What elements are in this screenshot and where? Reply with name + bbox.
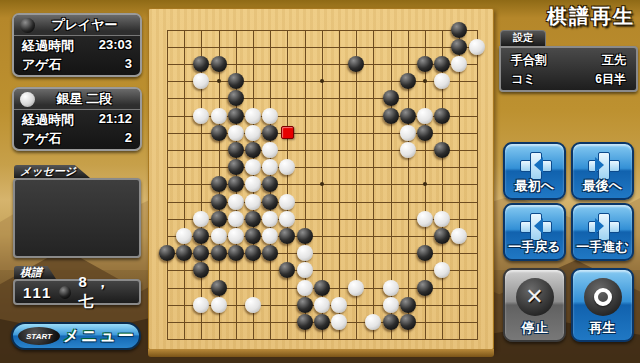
white-stone [400, 142, 416, 158]
black-stone [176, 245, 192, 261]
black-stone [228, 73, 244, 89]
star-point [217, 79, 221, 83]
star-point [320, 182, 324, 186]
white-stone [279, 211, 295, 227]
black-stone [279, 262, 295, 278]
white-stone [245, 125, 261, 141]
player2-time-label: 経過時間 [22, 111, 74, 129]
grid-line [167, 339, 478, 340]
white-stone [417, 211, 433, 227]
record-box: 111 8 ， 七 [13, 279, 141, 305]
white-stone [211, 297, 227, 313]
record-move-stone-icon [59, 286, 71, 299]
white-stone [279, 159, 295, 175]
player1-captures-label: アゲ石 [22, 56, 62, 74]
black-stone [211, 56, 227, 72]
black-stone [228, 176, 244, 192]
stop-label: 停止 [505, 319, 564, 337]
player1-panel: プレイヤー 経過時間 23:03 アゲ石 3 [12, 13, 142, 77]
black-stone [211, 280, 227, 296]
settings-panel: 手合割 互先 コミ 6目半 [499, 46, 638, 92]
star-point [320, 79, 324, 83]
white-stone [245, 108, 261, 124]
menu-button-label: メニュー [60, 326, 139, 347]
white-stone [262, 108, 278, 124]
black-stone [228, 90, 244, 106]
black-stone [383, 90, 399, 106]
black-stone [245, 245, 261, 261]
white-stone [245, 297, 261, 313]
settings-tab[interactable]: 設定 [500, 30, 546, 46]
handicap-label: 手合割 [511, 52, 547, 69]
white-stone [297, 262, 313, 278]
black-stone [228, 142, 244, 158]
step-back-label: 一手戻る [505, 238, 564, 256]
player2-name: 銀星 二段 [35, 90, 134, 108]
white-stone [331, 297, 347, 313]
white-stone [193, 211, 209, 227]
black-stone [400, 108, 416, 124]
go-to-start-button[interactable]: 最初へ [503, 142, 566, 200]
white-stone [417, 108, 433, 124]
black-stone [193, 56, 209, 72]
white-stone [262, 142, 278, 158]
black-stone [417, 56, 433, 72]
black-stone [159, 245, 175, 261]
white-stone-icon [20, 92, 35, 107]
play-button[interactable]: 再生 [571, 268, 634, 342]
go-to-end-label: 最後へ [573, 177, 632, 195]
x-icon: ✕ [516, 278, 554, 316]
white-stone [245, 176, 261, 192]
black-stone [211, 211, 227, 227]
black-stone [211, 194, 227, 210]
player1-time-label: 経過時間 [22, 37, 74, 55]
black-stone [262, 125, 278, 141]
player1-name: プレイヤー [35, 16, 134, 34]
black-stone [193, 262, 209, 278]
dpad-left-icon [520, 213, 550, 239]
play-label: 再生 [573, 319, 632, 337]
white-stone [193, 297, 209, 313]
white-stone [211, 108, 227, 124]
stop-button[interactable]: ✕ 停止 [503, 268, 566, 342]
page-title: 棋譜再生 [547, 3, 635, 30]
white-stone [434, 262, 450, 278]
white-stone [211, 228, 227, 244]
black-stone [348, 56, 364, 72]
white-stone [469, 39, 485, 55]
white-stone [297, 280, 313, 296]
white-stone [193, 73, 209, 89]
black-stone [297, 297, 313, 313]
black-stone [314, 314, 330, 330]
black-stone [434, 228, 450, 244]
black-stone [400, 314, 416, 330]
step-back-button[interactable]: 一手戻る [503, 203, 566, 261]
grid-line [167, 270, 478, 271]
white-stone [297, 245, 313, 261]
star-point [423, 182, 427, 186]
white-stone [383, 297, 399, 313]
menu-button[interactable]: START メニュー [11, 322, 141, 350]
grid-line [477, 30, 478, 341]
last-move-marker [281, 126, 294, 139]
player2-panel: 銀星 二段 経過時間 21:12 アゲ石 2 [12, 87, 142, 151]
white-stone [262, 159, 278, 175]
dpad-right-icon [588, 213, 618, 239]
black-stone-icon [20, 18, 35, 33]
black-stone [245, 211, 261, 227]
white-stone [383, 280, 399, 296]
white-stone [228, 228, 244, 244]
step-forward-label: 一手進む [573, 238, 632, 256]
komi-value: 6目半 [595, 71, 626, 88]
black-stone [417, 280, 433, 296]
white-stone [348, 280, 364, 296]
black-stone [211, 125, 227, 141]
black-stone [262, 194, 278, 210]
dpad-left-icon [520, 152, 550, 178]
player2-time-value: 21:12 [99, 111, 132, 129]
black-stone [245, 142, 261, 158]
go-board [148, 8, 494, 350]
black-stone [451, 39, 467, 55]
black-stone [400, 73, 416, 89]
white-stone [262, 211, 278, 227]
player1-captures-value: 3 [125, 56, 132, 74]
black-stone [193, 228, 209, 244]
player2-captures-value: 2 [125, 130, 132, 148]
go-to-end-button[interactable]: 最後へ [571, 142, 634, 200]
black-stone [383, 108, 399, 124]
white-stone [451, 228, 467, 244]
player2-captures-label: アゲ石 [22, 130, 62, 148]
go-to-start-label: 最初へ [505, 177, 564, 195]
white-stone [228, 211, 244, 227]
start-badge: START [18, 327, 60, 345]
white-stone [314, 297, 330, 313]
message-tab: メッセージ [14, 165, 90, 178]
white-stone [434, 73, 450, 89]
black-stone [434, 108, 450, 124]
black-stone [262, 245, 278, 261]
player1-time-value: 23:03 [99, 37, 132, 55]
black-stone [417, 125, 433, 141]
grid-line [459, 30, 460, 341]
record-move-coords: 8 ， 七 [78, 273, 131, 311]
white-stone [279, 194, 295, 210]
black-stone [383, 314, 399, 330]
komi-label: コミ [511, 71, 536, 88]
go-board-edge [148, 349, 494, 357]
handicap-value: 互先 [602, 52, 626, 69]
black-stone [228, 159, 244, 175]
star-point [423, 79, 427, 83]
black-stone [228, 245, 244, 261]
message-box [13, 178, 141, 258]
white-stone [245, 159, 261, 175]
white-stone [176, 228, 192, 244]
black-stone [245, 228, 261, 244]
record-tab: 棋譜 [14, 266, 56, 279]
white-stone [245, 194, 261, 210]
step-forward-button[interactable]: 一手進む [571, 203, 634, 261]
record-move-number: 111 [23, 284, 52, 301]
black-stone [451, 22, 467, 38]
black-stone [417, 245, 433, 261]
black-stone [211, 245, 227, 261]
white-stone [228, 194, 244, 210]
black-stone [434, 56, 450, 72]
white-stone [262, 228, 278, 244]
black-stone [279, 228, 295, 244]
play-circle-icon [584, 278, 622, 316]
white-stone [365, 314, 381, 330]
white-stone [228, 125, 244, 141]
black-stone [297, 314, 313, 330]
white-stone [193, 108, 209, 124]
black-stone [400, 297, 416, 313]
white-stone [434, 211, 450, 227]
grid-line [339, 30, 340, 341]
black-stone [297, 228, 313, 244]
black-stone [193, 245, 209, 261]
black-stone [211, 176, 227, 192]
black-stone [228, 108, 244, 124]
dpad-right-icon [588, 152, 618, 178]
grid-line [373, 30, 374, 341]
white-stone [331, 314, 347, 330]
black-stone [314, 280, 330, 296]
black-stone [262, 176, 278, 192]
black-stone [434, 142, 450, 158]
white-stone [400, 125, 416, 141]
white-stone [451, 56, 467, 72]
